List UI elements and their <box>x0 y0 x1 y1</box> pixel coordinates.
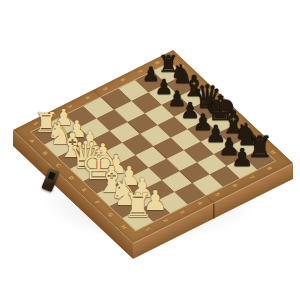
fold-seam-edge <box>213 203 215 219</box>
coord-file-f-bottom: F <box>94 200 101 205</box>
coord-rank-7-right: 7 <box>248 175 255 180</box>
coord-file-b-top: B <box>191 76 199 81</box>
coord-rank-2-right: 2 <box>161 218 168 223</box>
coord-file-d-top: D <box>217 100 225 105</box>
coord-file-e-bottom: E <box>81 187 88 192</box>
coord-rank-8-right: 8 <box>266 166 273 171</box>
coord-file-h-top: H <box>270 149 278 154</box>
coord-rank-3-right: 3 <box>179 209 186 214</box>
coord-file-h-bottom: H <box>120 224 128 229</box>
coord-rank-4-right: 4 <box>196 201 203 206</box>
coord-file-c-top: C <box>204 88 211 93</box>
coord-rank-3-left: 3 <box>67 104 74 109</box>
coord-rank-2-left: 2 <box>49 113 56 118</box>
coord-rank-6-right: 6 <box>231 183 238 188</box>
coord-rank-5-right: 5 <box>214 192 221 197</box>
coord-file-c-bottom: C <box>55 163 62 168</box>
coord-file-f-top: F <box>243 125 250 130</box>
coord-rank-7-left: 7 <box>136 69 143 74</box>
coord-rank-1-right: 1 <box>144 227 151 232</box>
coord-file-g-bottom: G <box>107 212 115 217</box>
coord-file-d-bottom: D <box>68 175 76 180</box>
coord-file-a-bottom: A <box>29 138 37 143</box>
coord-rank-1-left: 1 <box>32 121 39 126</box>
coord-file-e-top: E <box>230 113 237 118</box>
coord-rank-5-left: 5 <box>101 86 108 91</box>
coord-rank-8-left: 8 <box>154 60 161 65</box>
coord-file-b-bottom: B <box>42 151 50 156</box>
product-photo-folding-chess-set: AABBCCDDEEFFGGHH1122334455667788 ♜♟♞♟♝♟♛… <box>0 0 300 300</box>
coord-rank-4-left: 4 <box>84 95 91 100</box>
coord-file-g-top: G <box>257 137 265 142</box>
coord-file-a-top: A <box>178 63 186 68</box>
coord-rank-6-left: 6 <box>119 78 126 83</box>
